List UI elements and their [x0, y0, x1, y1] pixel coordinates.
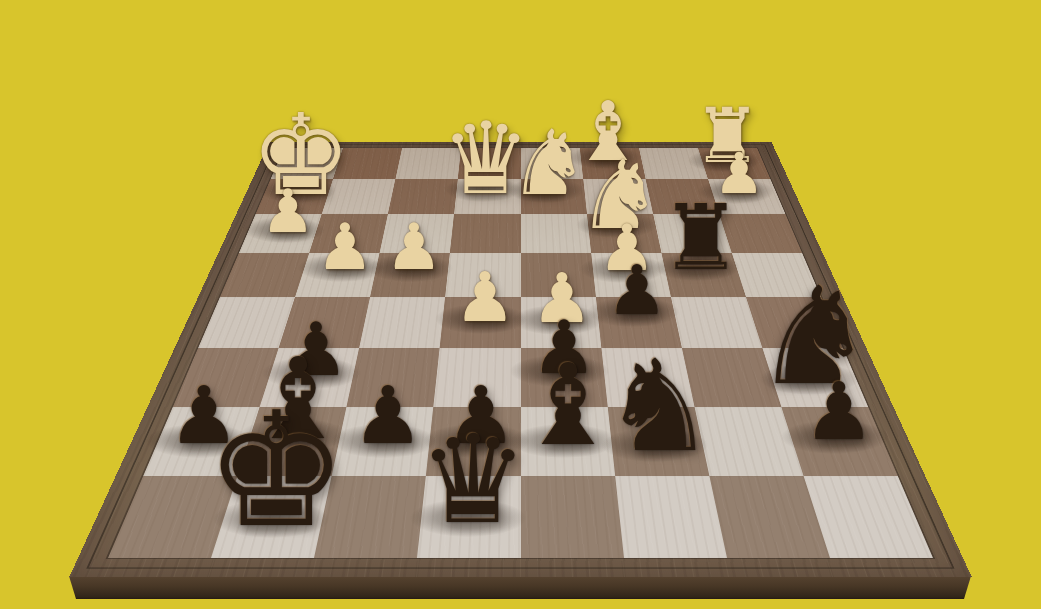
- black-rook-b4[interactable]: ♜: [660, 193, 741, 284]
- black-queen-e8[interactable]: ♛: [418, 419, 528, 541]
- black-knight-c7[interactable]: ♞: [602, 343, 716, 470]
- square-f5[interactable]: [359, 297, 445, 348]
- black-pawn-f7[interactable]: ♟: [352, 376, 423, 456]
- black-pawn-a7[interactable]: ♟: [803, 372, 874, 452]
- black-king-g8[interactable]: ♚: [205, 391, 347, 550]
- chess-3d-scene: ♝♜♛♚♞♟♞♟♜♟♟♟♟♟♟♟♟♞♝♟♟♟♟♝♞♛♚: [0, 0, 1041, 609]
- square-c8[interactable]: [614, 476, 726, 558]
- white-pawn-e5[interactable]: ♟: [454, 263, 515, 331]
- white-pawn-f4[interactable]: ♟: [385, 216, 442, 280]
- square-d8[interactable]: [520, 476, 623, 558]
- square-e3[interactable]: [450, 214, 520, 253]
- black-pawn-c5[interactable]: ♟: [606, 256, 667, 324]
- white-pawn-h3[interactable]: ♟: [261, 181, 315, 241]
- white-pawn-g4[interactable]: ♟: [316, 216, 373, 280]
